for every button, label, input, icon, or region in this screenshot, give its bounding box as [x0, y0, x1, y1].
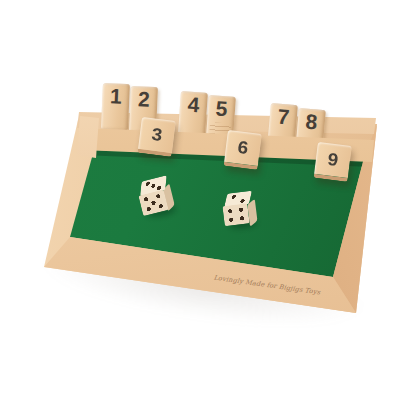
tile-4[interactable]: 4 [178, 91, 208, 139]
tile-9-number: 9 [326, 149, 339, 170]
tile-6-number: 6 [236, 137, 249, 158]
tile-1-number: 1 [109, 84, 123, 129]
die-2[interactable] [221, 188, 264, 232]
tile-4-number: 4 [185, 93, 200, 139]
tile-6[interactable]: 6 [224, 130, 262, 170]
shut-the-box-board: Lovingly Made for Bigjigs Toys 1 2 4 5 7… [0, 0, 400, 400]
die-2-front-face [222, 203, 249, 226]
tile-9[interactable]: 9 [314, 142, 352, 182]
tile-3[interactable]: 3 [138, 117, 176, 157]
tile-1[interactable]: 1 [101, 83, 130, 130]
die-1-front-face [138, 189, 168, 216]
tile-3-number: 3 [150, 124, 163, 145]
